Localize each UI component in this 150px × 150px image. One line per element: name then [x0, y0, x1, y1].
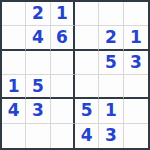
cell-r1c5[interactable]	[99, 2, 123, 26]
cell-r3c4[interactable]	[75, 51, 99, 75]
cell-r6c3[interactable]	[51, 124, 75, 148]
cell-r3c3[interactable]	[51, 51, 75, 75]
cell-r2c3-given-6[interactable]: 6	[51, 26, 75, 50]
cell-r3c2[interactable]	[26, 51, 50, 75]
cell-r2c2-given-4[interactable]: 4	[26, 26, 50, 50]
cell-r2c1[interactable]	[2, 26, 26, 50]
cell-r2c5-given-2[interactable]: 2	[99, 26, 123, 50]
cell-r4c3[interactable]	[51, 75, 75, 99]
cell-r4c5[interactable]	[99, 75, 123, 99]
cell-r4c2-given-5[interactable]: 5	[26, 75, 50, 99]
cell-r1c3-given-1[interactable]: 1	[51, 2, 75, 26]
cell-r1c1[interactable]	[2, 2, 26, 26]
cell-r2c6-given-1[interactable]: 1	[124, 26, 148, 50]
cell-r1c4[interactable]	[75, 2, 99, 26]
cell-r6c1[interactable]	[2, 124, 26, 148]
cell-r5c5-given-1[interactable]: 1	[99, 99, 123, 123]
cell-r4c1-given-1[interactable]: 1	[2, 75, 26, 99]
cell-r5c4-given-5[interactable]: 5	[75, 99, 99, 123]
cell-r5c2-given-3[interactable]: 3	[26, 99, 50, 123]
cell-r5c6[interactable]	[124, 99, 148, 123]
cell-r2c4[interactable]	[75, 26, 99, 50]
cell-r4c4[interactable]	[75, 75, 99, 99]
cell-r5c3[interactable]	[51, 99, 75, 123]
cell-r1c2-given-2[interactable]: 2	[26, 2, 50, 26]
cell-r5c1-given-4[interactable]: 4	[2, 99, 26, 123]
sudoku-board: 2146215315435143	[0, 0, 150, 150]
cell-r1c6[interactable]	[124, 2, 148, 26]
cell-r6c5-given-3[interactable]: 3	[99, 124, 123, 148]
cell-r6c6[interactable]	[124, 124, 148, 148]
cell-r3c1[interactable]	[2, 51, 26, 75]
cell-r4c6[interactable]	[124, 75, 148, 99]
cell-r3c5-given-5[interactable]: 5	[99, 51, 123, 75]
cell-r3c6-given-3[interactable]: 3	[124, 51, 148, 75]
cell-r6c2[interactable]	[26, 124, 50, 148]
cell-r6c4-given-4[interactable]: 4	[75, 124, 99, 148]
